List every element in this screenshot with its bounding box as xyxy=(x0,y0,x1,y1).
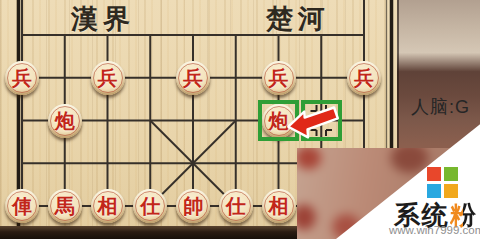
piece-red-elephant-f3r10[interactable]: 相 xyxy=(91,189,125,223)
logo-square-green xyxy=(444,167,458,181)
piece-red-soldier-f7r7[interactable]: 兵 xyxy=(262,61,296,95)
piece-red-horse-f2r10[interactable]: 馬 xyxy=(48,189,82,223)
piece-red-advisor-f6r10[interactable]: 仕 xyxy=(219,189,253,223)
logo-square-blue xyxy=(427,184,441,198)
piece-red-cannon-f2r8[interactable]: 炮 xyxy=(48,104,82,138)
move-arrow-icon xyxy=(284,103,340,141)
river-label-chuhe: 楚河 xyxy=(266,1,330,37)
piece-red-general-f5r10[interactable]: 帥 xyxy=(176,189,210,223)
piece-red-soldier-f1r7[interactable]: 兵 xyxy=(5,61,39,95)
xiangqi-app-screenshot: 漢界 楚河 人脑:G 系统粉 www.win7999.com 兵兵兵兵兵炮炮俥馬… xyxy=(0,0,480,239)
piece-red-soldier-f9r7[interactable]: 兵 xyxy=(347,61,381,95)
piece-red-soldier-f3r7[interactable]: 兵 xyxy=(91,61,125,95)
piece-red-soldier-f5r7[interactable]: 兵 xyxy=(176,61,210,95)
watermark-url[interactable]: www.win7999.com xyxy=(389,224,480,236)
piece-red-chariot-f1r10[interactable]: 俥 xyxy=(5,189,39,223)
windows-logo-icon xyxy=(427,167,458,198)
piece-red-advisor-f4r10[interactable]: 仕 xyxy=(133,189,167,223)
logo-square-red xyxy=(427,167,441,181)
logo-square-yellow xyxy=(444,184,458,198)
player-label: 人脑:G xyxy=(411,95,470,119)
piece-red-elephant-f7r10[interactable]: 相 xyxy=(262,189,296,223)
river-label-hanjie: 漢界 xyxy=(71,1,135,37)
